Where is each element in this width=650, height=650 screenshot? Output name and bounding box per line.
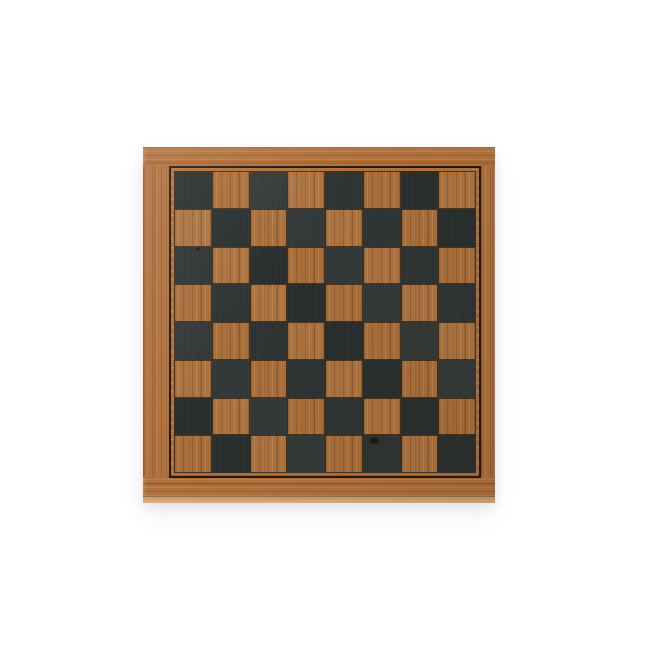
square-r0c0[interactable] <box>174 171 212 209</box>
square-r0c2[interactable] <box>250 171 288 209</box>
square-r0c3[interactable] <box>287 171 325 209</box>
square-r4c2[interactable] <box>250 322 288 360</box>
square-r4c5[interactable] <box>363 322 401 360</box>
square-r6c5[interactable] <box>363 398 401 436</box>
square-r3c4[interactable] <box>325 284 363 322</box>
square-r0c7[interactable] <box>438 171 476 209</box>
square-r4c6[interactable] <box>401 322 439 360</box>
square-r7c4[interactable] <box>325 435 363 473</box>
square-r0c6[interactable] <box>401 171 439 209</box>
square-r5c2[interactable] <box>250 360 288 398</box>
square-r5c7[interactable] <box>438 360 476 398</box>
square-r6c3[interactable] <box>287 398 325 436</box>
square-r5c0[interactable] <box>174 360 212 398</box>
square-r2c7[interactable] <box>438 247 476 285</box>
square-r4c0[interactable] <box>174 322 212 360</box>
square-r3c1[interactable] <box>212 284 250 322</box>
square-r5c6[interactable] <box>401 360 439 398</box>
square-r1c1[interactable] <box>212 209 250 247</box>
board-playing-area <box>169 166 481 478</box>
square-r1c4[interactable] <box>325 209 363 247</box>
square-r0c4[interactable] <box>325 171 363 209</box>
board-bottom-edge <box>143 496 495 503</box>
square-r3c6[interactable] <box>401 284 439 322</box>
square-r7c3[interactable] <box>287 435 325 473</box>
square-r5c3[interactable] <box>287 360 325 398</box>
square-r2c6[interactable] <box>401 247 439 285</box>
board-frame-left <box>143 166 169 477</box>
wood-smudge <box>369 437 380 445</box>
square-r1c0[interactable] <box>174 209 212 247</box>
square-r2c5[interactable] <box>363 247 401 285</box>
square-r3c3[interactable] <box>287 284 325 322</box>
square-r6c4[interactable] <box>325 398 363 436</box>
square-r2c4[interactable] <box>325 247 363 285</box>
photo-background <box>0 0 650 650</box>
square-r2c1[interactable] <box>212 247 250 285</box>
square-r0c5[interactable] <box>363 171 401 209</box>
square-r7c1[interactable] <box>212 435 250 473</box>
square-r6c6[interactable] <box>401 398 439 436</box>
square-r4c1[interactable] <box>212 322 250 360</box>
square-r5c4[interactable] <box>325 360 363 398</box>
board-grid <box>174 171 476 473</box>
square-r1c2[interactable] <box>250 209 288 247</box>
square-r6c2[interactable] <box>250 398 288 436</box>
square-r1c7[interactable] <box>438 209 476 247</box>
square-r0c1[interactable] <box>212 171 250 209</box>
square-r6c0[interactable] <box>174 398 212 436</box>
board-frame-right <box>481 166 495 477</box>
square-r3c5[interactable] <box>363 284 401 322</box>
square-r4c7[interactable] <box>438 322 476 360</box>
square-r5c1[interactable] <box>212 360 250 398</box>
square-r1c5[interactable] <box>363 209 401 247</box>
square-r6c7[interactable] <box>438 398 476 436</box>
square-r2c0[interactable] <box>174 247 212 285</box>
square-r7c2[interactable] <box>250 435 288 473</box>
square-r1c6[interactable] <box>401 209 439 247</box>
wood-speck <box>196 247 200 251</box>
square-r5c5[interactable] <box>363 360 401 398</box>
square-r4c4[interactable] <box>325 322 363 360</box>
chess-board <box>143 147 495 503</box>
square-r7c6[interactable] <box>401 435 439 473</box>
square-r6c1[interactable] <box>212 398 250 436</box>
square-r3c7[interactable] <box>438 284 476 322</box>
square-r2c3[interactable] <box>287 247 325 285</box>
square-r1c3[interactable] <box>287 209 325 247</box>
square-r7c7[interactable] <box>438 435 476 473</box>
square-r2c2[interactable] <box>250 247 288 285</box>
square-r4c3[interactable] <box>287 322 325 360</box>
square-r3c0[interactable] <box>174 284 212 322</box>
square-r7c0[interactable] <box>174 435 212 473</box>
square-r3c2[interactable] <box>250 284 288 322</box>
